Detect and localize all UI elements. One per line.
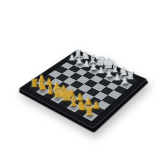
- board-scene: ♜♞♝♛♚♝♞♜♟♟♟♟♟♟♟♟♟♟♟♟♟♟♟♟♜♞♝♛♚♝♞♜: [38, 38, 130, 130]
- piece-silver-pawn: ♟: [121, 77, 131, 86]
- piece-gold-rook: ♜: [84, 105, 95, 117]
- square-h7: ♟: [119, 81, 133, 89]
- chess-board: ♜♞♝♛♚♝♞♜♟♟♟♟♟♟♟♟♟♟♟♟♟♟♟♟♜♞♝♛♚♝♞♜: [18, 50, 147, 129]
- chess-set-product-photo: ♜♞♝♛♚♝♞♜♟♟♟♟♟♟♟♟♟♟♟♟♟♟♟♟♜♞♝♛♚♝♞♜: [0, 0, 160, 160]
- square-h6: [114, 86, 128, 95]
